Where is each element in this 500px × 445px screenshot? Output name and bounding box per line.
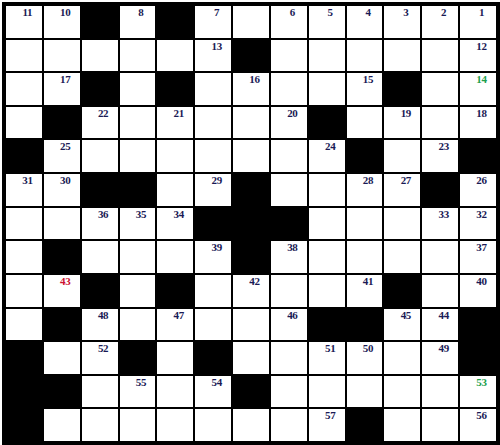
cell-r13c13[interactable]: 56 xyxy=(459,408,497,442)
cell-r3c9[interactable] xyxy=(308,72,346,106)
clue-number-7: 7 xyxy=(195,6,231,19)
clue-number-53: 53 xyxy=(460,376,496,389)
clue-number-21: 21 xyxy=(157,107,193,120)
clue-number-8: 8 xyxy=(120,6,156,19)
cell-r7c5[interactable]: 34 xyxy=(156,207,194,241)
cell-r12c12[interactable] xyxy=(421,375,459,409)
cell-r3c10[interactable]: 15 xyxy=(346,72,384,106)
block-cell-r2c7 xyxy=(232,39,270,73)
cell-r4c5[interactable]: 21 xyxy=(156,106,194,140)
cell-r10c7[interactable] xyxy=(232,308,270,342)
cell-r11c2[interactable] xyxy=(43,341,81,375)
cell-r6c5[interactable] xyxy=(156,173,194,207)
cell-r2c5[interactable] xyxy=(156,39,194,73)
cell-r2c9[interactable] xyxy=(308,39,346,73)
cell-r8c9[interactable] xyxy=(308,240,346,274)
clue-number-32: 32 xyxy=(460,208,496,221)
block-cell-r9c11 xyxy=(383,274,421,308)
clue-number-54: 54 xyxy=(195,376,231,389)
block-cell-r6c12 xyxy=(421,173,459,207)
clue-number-30: 30 xyxy=(44,174,80,187)
cell-r2c2[interactable] xyxy=(43,39,81,73)
cell-r4c12[interactable] xyxy=(421,106,459,140)
clue-number-5: 5 xyxy=(309,6,345,19)
cell-r11c12[interactable]: 49 xyxy=(421,341,459,375)
cell-r1c11[interactable]: 3 xyxy=(383,5,421,39)
cell-r1c7[interactable] xyxy=(232,5,270,39)
cell-r3c1[interactable] xyxy=(5,72,43,106)
cell-r8c10[interactable] xyxy=(346,240,384,274)
cell-r1c10[interactable]: 4 xyxy=(346,5,384,39)
clue-number-4: 4 xyxy=(347,6,383,19)
block-cell-r10c10 xyxy=(346,308,384,342)
block-cell-r6c7 xyxy=(232,173,270,207)
cell-r7c13[interactable]: 32 xyxy=(459,207,497,241)
cell-r3c6[interactable] xyxy=(194,72,232,106)
cell-r2c1[interactable] xyxy=(5,39,43,73)
block-cell-r10c13 xyxy=(459,308,497,342)
cell-r6c8[interactable] xyxy=(270,173,308,207)
cell-r13c4[interactable] xyxy=(119,408,157,442)
cell-r2c3[interactable] xyxy=(81,39,119,73)
cell-r5c8[interactable] xyxy=(270,139,308,173)
cell-r6c10[interactable]: 28 xyxy=(346,173,384,207)
cell-r1c6[interactable]: 7 xyxy=(194,5,232,39)
cell-r8c5[interactable] xyxy=(156,240,194,274)
block-cell-r3c11 xyxy=(383,72,421,106)
clue-number-19: 19 xyxy=(384,107,420,120)
cell-r10c8[interactable]: 46 xyxy=(270,308,308,342)
cell-r13c7[interactable] xyxy=(232,408,270,442)
clue-number-51: 51 xyxy=(309,342,345,355)
clue-number-47: 47 xyxy=(157,309,193,322)
clue-number-22: 22 xyxy=(82,107,118,120)
block-cell-r4c2 xyxy=(43,106,81,140)
cell-r1c13[interactable]: 1 xyxy=(459,5,497,39)
clue-number-48: 48 xyxy=(82,309,118,322)
cell-r3c7[interactable]: 16 xyxy=(232,72,270,106)
clue-number-55: 55 xyxy=(120,376,156,389)
cell-r12c9[interactable] xyxy=(308,375,346,409)
cell-r1c12[interactable]: 2 xyxy=(421,5,459,39)
block-cell-r1c3 xyxy=(81,5,119,39)
cell-r4c11[interactable]: 19 xyxy=(383,106,421,140)
cell-r13c9[interactable]: 57 xyxy=(308,408,346,442)
clue-number-39: 39 xyxy=(195,241,231,254)
clue-number-41: 41 xyxy=(347,275,383,288)
clue-number-29: 29 xyxy=(195,174,231,187)
cell-r3c4[interactable] xyxy=(119,72,157,106)
cell-r13c3[interactable] xyxy=(81,408,119,442)
clue-number-23: 23 xyxy=(422,140,458,153)
cell-r2c10[interactable] xyxy=(346,39,384,73)
cell-r5c5[interactable] xyxy=(156,139,194,173)
clue-number-35: 35 xyxy=(120,208,156,221)
cell-r8c8[interactable]: 38 xyxy=(270,240,308,274)
cell-r9c12[interactable] xyxy=(421,274,459,308)
clue-number-16: 16 xyxy=(233,73,269,86)
block-cell-r5c1 xyxy=(5,139,43,173)
cell-r6c11[interactable]: 27 xyxy=(383,173,421,207)
block-cell-r7c6 xyxy=(194,207,232,241)
cell-r9c9[interactable] xyxy=(308,274,346,308)
cell-r5c12[interactable]: 23 xyxy=(421,139,459,173)
clue-number-46: 46 xyxy=(271,309,307,322)
clue-number-38: 38 xyxy=(271,241,307,254)
block-cell-r7c8 xyxy=(270,207,308,241)
cell-r10c1[interactable] xyxy=(5,308,43,342)
block-cell-r10c9 xyxy=(308,308,346,342)
cell-r1c2[interactable]: 10 xyxy=(43,5,81,39)
clue-number-37: 37 xyxy=(460,241,496,254)
clue-number-3: 3 xyxy=(384,6,420,19)
cell-r12c5[interactable] xyxy=(156,375,194,409)
clue-number-36: 36 xyxy=(82,208,118,221)
clue-number-45: 45 xyxy=(384,309,420,322)
cell-r2c6[interactable]: 13 xyxy=(194,39,232,73)
cell-r2c13[interactable]: 12 xyxy=(459,39,497,73)
cell-r6c9[interactable] xyxy=(308,173,346,207)
clue-number-26: 26 xyxy=(460,174,496,187)
block-cell-r10c2 xyxy=(43,308,81,342)
cell-r7c3[interactable]: 36 xyxy=(81,207,119,241)
cell-r9c6[interactable] xyxy=(194,274,232,308)
cell-r12c11[interactable] xyxy=(383,375,421,409)
cell-r10c3[interactable]: 48 xyxy=(81,308,119,342)
clue-number-11: 11 xyxy=(6,6,42,19)
cell-r8c6[interactable]: 39 xyxy=(194,240,232,274)
cell-r7c12[interactable]: 33 xyxy=(421,207,459,241)
cell-r4c4[interactable] xyxy=(119,106,157,140)
cell-r1c9[interactable]: 5 xyxy=(308,5,346,39)
block-cell-r13c10 xyxy=(346,408,384,442)
cell-r7c10[interactable] xyxy=(346,207,384,241)
cell-r12c6[interactable]: 54 xyxy=(194,375,232,409)
cell-r3c8[interactable] xyxy=(270,72,308,106)
cell-r12c10[interactable] xyxy=(346,375,384,409)
crossword-grid: 1110876543211312171615142221201918252423… xyxy=(2,2,500,445)
clue-number-57: 57 xyxy=(309,409,345,422)
cell-r9c13[interactable]: 40 xyxy=(459,274,497,308)
block-cell-r5c10 xyxy=(346,139,384,173)
clue-number-27: 27 xyxy=(384,174,420,187)
cell-r10c4[interactable] xyxy=(119,308,157,342)
cell-r6c1[interactable]: 31 xyxy=(5,173,43,207)
cell-r2c11[interactable] xyxy=(383,39,421,73)
clue-number-1: 1 xyxy=(460,6,496,19)
cell-r5c2[interactable]: 25 xyxy=(43,139,81,173)
block-cell-r11c13 xyxy=(459,341,497,375)
cell-r11c11[interactable] xyxy=(383,341,421,375)
clue-number-15: 15 xyxy=(347,73,383,86)
block-cell-r5c13 xyxy=(459,139,497,173)
cell-r8c4[interactable] xyxy=(119,240,157,274)
cell-r3c2[interactable]: 17 xyxy=(43,72,81,106)
cell-r7c2[interactable] xyxy=(43,207,81,241)
cell-r5c6[interactable] xyxy=(194,139,232,173)
block-cell-r4c9 xyxy=(308,106,346,140)
cell-r13c2[interactable] xyxy=(43,408,81,442)
cell-r13c11[interactable] xyxy=(383,408,421,442)
block-cell-r7c7 xyxy=(232,207,270,241)
clue-number-28: 28 xyxy=(347,174,383,187)
cell-r3c12[interactable] xyxy=(421,72,459,106)
cell-r11c7[interactable] xyxy=(232,341,270,375)
cell-r10c6[interactable] xyxy=(194,308,232,342)
clue-number-20: 20 xyxy=(271,107,307,120)
block-cell-r11c6 xyxy=(194,341,232,375)
block-cell-r6c4 xyxy=(119,173,157,207)
cell-r2c4[interactable] xyxy=(119,39,157,73)
cell-r10c12[interactable]: 44 xyxy=(421,308,459,342)
clue-number-14: 14 xyxy=(460,73,496,86)
block-cell-r9c3 xyxy=(81,274,119,308)
cell-r5c4[interactable] xyxy=(119,139,157,173)
block-cell-r12c2 xyxy=(43,375,81,409)
cell-r5c7[interactable] xyxy=(232,139,270,173)
block-cell-r3c3 xyxy=(81,72,119,106)
clue-number-2: 2 xyxy=(422,6,458,19)
cell-r8c3[interactable] xyxy=(81,240,119,274)
clue-number-18: 18 xyxy=(460,107,496,120)
block-cell-r8c2 xyxy=(43,240,81,274)
cell-r11c10[interactable]: 50 xyxy=(346,341,384,375)
cell-r13c5[interactable] xyxy=(156,408,194,442)
cell-r2c8[interactable] xyxy=(270,39,308,73)
block-cell-r12c7 xyxy=(232,375,270,409)
cell-r1c4[interactable]: 8 xyxy=(119,5,157,39)
cell-r10c5[interactable]: 47 xyxy=(156,308,194,342)
block-cell-r1c5 xyxy=(156,5,194,39)
cell-r11c3[interactable]: 52 xyxy=(81,341,119,375)
cell-r4c6[interactable] xyxy=(194,106,232,140)
clue-number-50: 50 xyxy=(347,342,383,355)
clue-number-43: 43 xyxy=(44,275,80,288)
cell-r4c7[interactable] xyxy=(232,106,270,140)
cell-r6c6[interactable]: 29 xyxy=(194,173,232,207)
cell-r4c10[interactable] xyxy=(346,106,384,140)
clue-number-40: 40 xyxy=(460,275,496,288)
cell-r13c8[interactable] xyxy=(270,408,308,442)
cell-r9c10[interactable]: 41 xyxy=(346,274,384,308)
cell-r9c7[interactable]: 42 xyxy=(232,274,270,308)
clue-number-12: 12 xyxy=(460,40,496,53)
block-cell-r11c1 xyxy=(5,341,43,375)
clue-number-13: 13 xyxy=(195,40,231,53)
cell-r13c12[interactable] xyxy=(421,408,459,442)
cell-r12c13[interactable]: 53 xyxy=(459,375,497,409)
cell-r1c1[interactable]: 11 xyxy=(5,5,43,39)
cell-r6c13[interactable]: 26 xyxy=(459,173,497,207)
cell-r5c3[interactable] xyxy=(81,139,119,173)
block-cell-r11c4 xyxy=(119,341,157,375)
block-cell-r3c5 xyxy=(156,72,194,106)
cell-r2c12[interactable] xyxy=(421,39,459,73)
cell-r7c4[interactable]: 35 xyxy=(119,207,157,241)
cell-r9c2[interactable]: 43 xyxy=(43,274,81,308)
cell-r7c1[interactable] xyxy=(5,207,43,241)
cell-r13c6[interactable] xyxy=(194,408,232,442)
cell-r12c3[interactable] xyxy=(81,375,119,409)
clue-number-52: 52 xyxy=(82,342,118,355)
cell-r8c1[interactable] xyxy=(5,240,43,274)
cell-r11c8[interactable] xyxy=(270,341,308,375)
cell-r1c8[interactable]: 6 xyxy=(270,5,308,39)
clue-number-33: 33 xyxy=(422,208,458,221)
clue-number-17: 17 xyxy=(44,73,80,86)
cell-r9c8[interactable] xyxy=(270,274,308,308)
block-cell-r12c1 xyxy=(5,375,43,409)
clue-number-6: 6 xyxy=(271,6,307,19)
clue-number-56: 56 xyxy=(460,409,496,422)
cell-r11c5[interactable] xyxy=(156,341,194,375)
cell-r12c8[interactable] xyxy=(270,375,308,409)
clue-number-49: 49 xyxy=(422,342,458,355)
cell-r12c4[interactable]: 55 xyxy=(119,375,157,409)
clue-number-24: 24 xyxy=(309,140,345,153)
cell-r3c13[interactable]: 14 xyxy=(459,72,497,106)
clue-number-42: 42 xyxy=(233,275,269,288)
clue-number-44: 44 xyxy=(422,309,458,322)
clue-number-10: 10 xyxy=(44,6,80,19)
cell-r5c11[interactable] xyxy=(383,139,421,173)
block-cell-r9c5 xyxy=(156,274,194,308)
block-cell-r6c3 xyxy=(81,173,119,207)
cell-r9c4[interactable] xyxy=(119,274,157,308)
cell-r11c9[interactable]: 51 xyxy=(308,341,346,375)
cell-r4c3[interactable]: 22 xyxy=(81,106,119,140)
cell-r4c8[interactable]: 20 xyxy=(270,106,308,140)
cell-r10c11[interactable]: 45 xyxy=(383,308,421,342)
clue-number-34: 34 xyxy=(157,208,193,221)
cell-r7c9[interactable] xyxy=(308,207,346,241)
cell-r7c11[interactable] xyxy=(383,207,421,241)
cell-r8c11[interactable] xyxy=(383,240,421,274)
cell-r8c13[interactable]: 37 xyxy=(459,240,497,274)
block-cell-r13c1 xyxy=(5,408,43,442)
cell-r4c1[interactable] xyxy=(5,106,43,140)
cell-r5c9[interactable]: 24 xyxy=(308,139,346,173)
cell-r6c2[interactable]: 30 xyxy=(43,173,81,207)
clue-number-31: 31 xyxy=(6,174,42,187)
cell-r9c1[interactable] xyxy=(5,274,43,308)
cell-r4c13[interactable]: 18 xyxy=(459,106,497,140)
clue-number-25: 25 xyxy=(44,140,80,153)
cell-r8c12[interactable] xyxy=(421,240,459,274)
block-cell-r8c7 xyxy=(232,240,270,274)
